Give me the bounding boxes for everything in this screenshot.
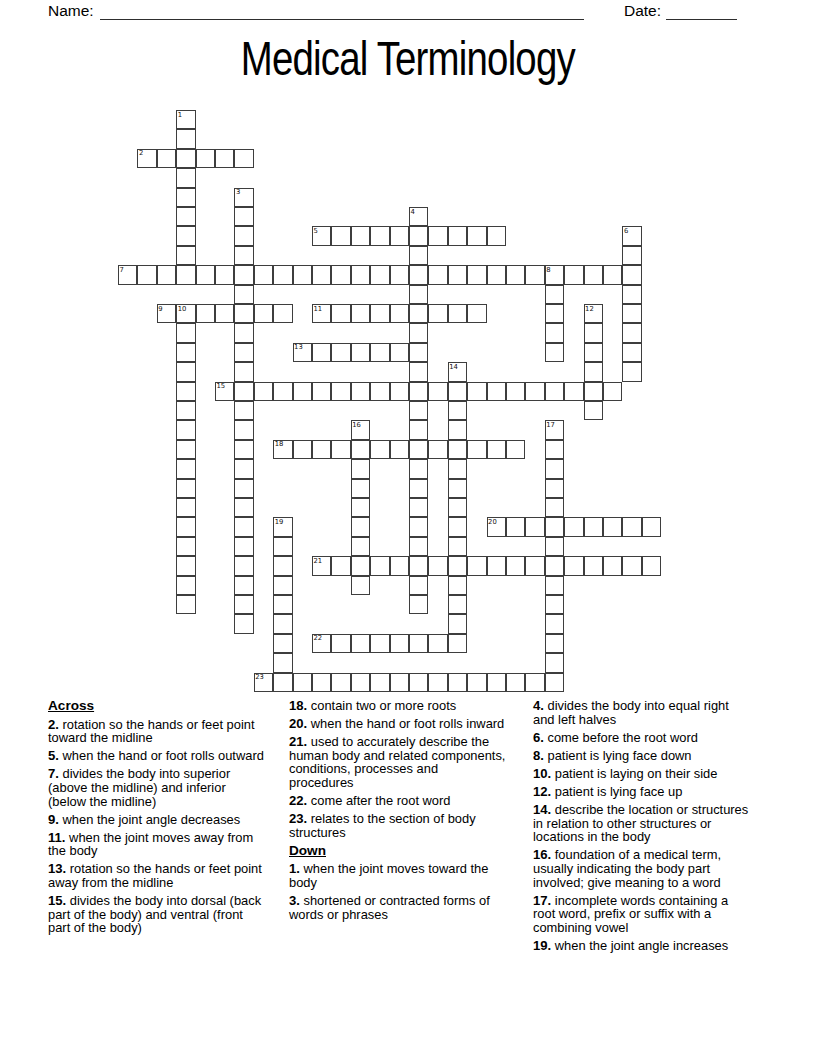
grid-cell[interactable] [545, 576, 564, 595]
grid-cell[interactable] [409, 595, 428, 614]
grid-cell[interactable] [176, 362, 195, 381]
grid-cell[interactable] [584, 323, 603, 342]
clue-number: 8. [533, 748, 544, 763]
grid-cell[interactable] [467, 382, 486, 401]
grid-cell[interactable] [428, 634, 447, 653]
grid-cell[interactable] [351, 420, 370, 439]
grid-cell[interactable] [467, 440, 486, 459]
grid-cell[interactable] [176, 226, 195, 245]
grid-cell[interactable] [370, 382, 389, 401]
grid-cell[interactable] [293, 440, 312, 459]
grid-cell[interactable] [525, 673, 544, 692]
grid-cell[interactable] [176, 420, 195, 439]
grid-cell[interactable] [176, 537, 195, 556]
grid-cell[interactable] [157, 304, 176, 323]
grid-cell[interactable] [254, 382, 273, 401]
clue-across-11: 11. when the joint moves away from the b… [48, 831, 265, 858]
grid-cell[interactable] [234, 479, 253, 498]
grid-cell[interactable] [545, 614, 564, 633]
grid-cell[interactable] [622, 246, 641, 265]
grid-cell[interactable] [506, 440, 525, 459]
clue-across-7: 7. divides the body into superior (above… [48, 767, 265, 808]
grid-cell[interactable] [273, 382, 292, 401]
grid-cell[interactable] [642, 517, 661, 536]
grid-cell[interactable] [351, 304, 370, 323]
grid-cell[interactable] [176, 595, 195, 614]
grid-cell[interactable] [273, 304, 292, 323]
grid-cell[interactable] [564, 556, 583, 575]
grid-cell[interactable] [545, 673, 564, 692]
grid-cell[interactable] [234, 246, 253, 265]
grid-cell[interactable] [176, 556, 195, 575]
grid-cell[interactable] [351, 517, 370, 536]
grid-cell[interactable] [409, 246, 428, 265]
clue-text: patient is laying on their side [551, 766, 717, 781]
grid-cell[interactable] [428, 265, 447, 284]
grid-cell[interactable] [312, 556, 331, 575]
grid-cell[interactable] [176, 246, 195, 265]
grid-cell[interactable] [467, 673, 486, 692]
grid-cell[interactable] [603, 265, 622, 284]
grid-cell[interactable] [428, 382, 447, 401]
grid-cell[interactable] [525, 556, 544, 575]
grid-cell[interactable] [234, 498, 253, 517]
grid-cell[interactable] [409, 576, 428, 595]
grid-cell[interactable] [176, 498, 195, 517]
clue-text: divides the body into equal right and le… [533, 698, 729, 727]
grid-cell[interactable] [409, 304, 428, 323]
grid-cell[interactable] [331, 226, 350, 245]
grid-cell[interactable] [448, 498, 467, 517]
grid-cell[interactable] [196, 265, 215, 284]
grid-cell[interactable] [331, 382, 350, 401]
grid-cell[interactable] [351, 479, 370, 498]
grid-cell[interactable] [448, 634, 467, 653]
grid-cell[interactable] [293, 265, 312, 284]
grid-cell[interactable] [487, 517, 506, 536]
grid-cell[interactable] [273, 576, 292, 595]
grid-cell[interactable] [390, 304, 409, 323]
grid-cell[interactable] [409, 673, 428, 692]
grid-cell[interactable] [545, 459, 564, 478]
grid-cell[interactable] [467, 304, 486, 323]
grid-cell[interactable] [176, 440, 195, 459]
grid-cell[interactable] [351, 673, 370, 692]
grid-cell[interactable] [176, 382, 195, 401]
clue-text: used to accurately describe the human bo… [289, 734, 505, 790]
grid-cell[interactable] [545, 440, 564, 459]
grid-cell[interactable] [467, 556, 486, 575]
grid-cell[interactable] [448, 576, 467, 595]
clue-across-2: 2. rotation so the hands or feet point t… [48, 718, 265, 745]
clue-text: foundation of a medical term, usually in… [533, 847, 721, 889]
grid-cell[interactable] [234, 188, 253, 207]
grid-cell[interactable] [351, 576, 370, 595]
date-blank-line [666, 19, 737, 20]
grid-cell[interactable] [196, 149, 215, 168]
grid-cell[interactable] [273, 440, 292, 459]
grid-cell[interactable] [273, 634, 292, 653]
grid-cell[interactable] [254, 265, 273, 284]
clue-number: 6. [533, 730, 544, 745]
grid-cell[interactable] [331, 265, 350, 284]
grid-cell[interactable] [622, 323, 641, 342]
grid-cell[interactable] [370, 634, 389, 653]
grid-cell[interactable] [390, 382, 409, 401]
grid-cell[interactable] [545, 343, 564, 362]
clue-down-12: 12. patient is lying face up [533, 785, 750, 799]
grid-cell[interactable] [409, 401, 428, 420]
clue-text: rotation so the hands or feet point away… [48, 861, 262, 890]
grid-cell[interactable] [370, 304, 389, 323]
grid-cell[interactable] [293, 382, 312, 401]
grid-cell[interactable] [409, 420, 428, 439]
grid-cell[interactable] [584, 382, 603, 401]
grid-cell[interactable] [273, 556, 292, 575]
grid-cell[interactable] [254, 304, 273, 323]
grid-cell[interactable] [351, 498, 370, 517]
grid-cell[interactable] [622, 343, 641, 362]
grid-cell[interactable] [176, 343, 195, 362]
grid-cell[interactable] [448, 517, 467, 536]
grid-cell[interactable] [545, 265, 564, 284]
grid-cell[interactable] [603, 382, 622, 401]
clue-text: divides the body into superior (above th… [48, 766, 230, 808]
grid-cell[interactable] [234, 556, 253, 575]
grid-cell[interactable] [234, 226, 253, 245]
clue-number: 18. [289, 698, 307, 713]
grid-cell[interactable] [545, 634, 564, 653]
grid-cell[interactable] [234, 323, 253, 342]
clue-down-19: 19. when the joint angle increases [533, 939, 750, 953]
grid-cell[interactable] [312, 440, 331, 459]
grid-cell[interactable] [622, 285, 641, 304]
grid-cell[interactable] [176, 149, 195, 168]
grid-cell[interactable] [118, 265, 137, 284]
grid-cell[interactable] [331, 634, 350, 653]
grid-cell[interactable] [390, 673, 409, 692]
grid-cell[interactable] [234, 265, 253, 284]
grid-cell[interactable] [448, 382, 467, 401]
grid-cell[interactable] [448, 401, 467, 420]
grid-cell[interactable] [409, 556, 428, 575]
grid-cell[interactable] [428, 304, 447, 323]
grid-cell[interactable] [487, 440, 506, 459]
clue-down-4: 4. divides the body into equal right and… [533, 699, 750, 726]
grid-cell[interactable] [370, 440, 389, 459]
grid-cell[interactable] [409, 362, 428, 381]
grid-cell[interactable] [157, 149, 176, 168]
grid-cell[interactable] [137, 149, 156, 168]
grid-cell[interactable] [622, 362, 641, 381]
grid-cell[interactable] [137, 265, 156, 284]
grid-cell[interactable] [351, 537, 370, 556]
grid-cell[interactable] [234, 537, 253, 556]
grid-cell[interactable] [448, 614, 467, 633]
grid-cell[interactable] [215, 265, 234, 284]
grid-cell[interactable] [234, 382, 253, 401]
grid-cell[interactable] [448, 362, 467, 381]
grid-cell[interactable] [622, 265, 641, 284]
grid-cell[interactable] [487, 226, 506, 245]
clue-number: 22. [289, 793, 307, 808]
grid-cell[interactable] [234, 459, 253, 478]
grid-cell[interactable] [584, 401, 603, 420]
grid-cell[interactable] [351, 265, 370, 284]
grid-cell[interactable] [370, 673, 389, 692]
grid-cell[interactable] [506, 517, 525, 536]
grid-cell[interactable] [448, 226, 467, 245]
clue-across-13: 13. rotation so the hands or feet point … [48, 862, 265, 889]
grid-cell[interactable] [234, 517, 253, 536]
grid-cell[interactable] [545, 304, 564, 323]
clue-across-5: 5. when the hand or foot rolls outward [48, 749, 265, 763]
clue-number: 9. [48, 812, 59, 827]
grid-cell[interactable] [642, 556, 661, 575]
grid-cell[interactable] [176, 323, 195, 342]
grid-cell[interactable] [176, 517, 195, 536]
grid-cell[interactable] [428, 556, 447, 575]
grid-cell[interactable] [584, 265, 603, 284]
grid-cell[interactable] [215, 149, 234, 168]
grid-cell[interactable] [370, 226, 389, 245]
grid-cell[interactable] [331, 304, 350, 323]
grid-cell[interactable] [176, 188, 195, 207]
grid-cell[interactable] [331, 673, 350, 692]
clue-down-10: 10. patient is laying on their side [533, 767, 750, 781]
grid-cell[interactable] [390, 265, 409, 284]
grid-cell[interactable] [312, 265, 331, 284]
grid-cell[interactable] [409, 517, 428, 536]
grid-cell[interactable] [564, 382, 583, 401]
grid-cell[interactable] [234, 285, 253, 304]
grid-cell[interactable] [409, 537, 428, 556]
grid-cell[interactable] [215, 382, 234, 401]
grid-cell[interactable] [176, 110, 195, 129]
grid-cell[interactable] [409, 382, 428, 401]
grid-cell[interactable] [506, 382, 525, 401]
grid-cell[interactable] [506, 673, 525, 692]
grid-cell[interactable] [545, 323, 564, 342]
grid-cell[interactable] [331, 556, 350, 575]
clue-across-21: 21. used to accurately describe the huma… [289, 735, 506, 789]
grid-cell[interactable] [273, 517, 292, 536]
grid-cell[interactable] [603, 556, 622, 575]
clue-text: come after the root word [307, 793, 450, 808]
grid-cell[interactable] [584, 362, 603, 381]
grid-cell[interactable] [234, 595, 253, 614]
clue-column-1: Across2. rotation so the hands or feet p… [48, 699, 265, 939]
grid-cell[interactable] [370, 343, 389, 362]
clue-across-20: 20. when the hand or foot rolls inward [289, 717, 506, 731]
grid-cell[interactable] [234, 440, 253, 459]
grid-cell[interactable] [331, 343, 350, 362]
grid-cell[interactable] [448, 595, 467, 614]
grid-cell[interactable] [331, 440, 350, 459]
grid-cell[interactable] [448, 440, 467, 459]
grid-cell[interactable] [487, 556, 506, 575]
grid-cell[interactable] [564, 517, 583, 536]
grid-cell[interactable] [545, 382, 564, 401]
grid-cell[interactable] [234, 149, 253, 168]
grid-cell[interactable] [176, 207, 195, 226]
grid-cell[interactable] [157, 265, 176, 284]
grid-cell[interactable] [176, 265, 195, 284]
clue-across-18: 18. contain two or more roots [289, 699, 506, 713]
grid-cell[interactable] [312, 382, 331, 401]
grid-cell[interactable] [409, 634, 428, 653]
grid-cell[interactable] [273, 595, 292, 614]
grid-cell[interactable] [584, 556, 603, 575]
grid-cell[interactable] [176, 129, 195, 148]
grid-cell[interactable] [351, 343, 370, 362]
grid-cell[interactable] [390, 343, 409, 362]
grid-cell[interactable] [622, 226, 641, 245]
grid-cell[interactable] [176, 168, 195, 187]
grid-cell[interactable] [428, 440, 447, 459]
grid-cell[interactable] [273, 537, 292, 556]
grid-cell[interactable] [622, 517, 641, 536]
grid-cell[interactable] [622, 304, 641, 323]
clue-text: divides the body into dorsal (back part … [48, 893, 261, 935]
grid-cell[interactable] [234, 304, 253, 323]
grid-cell[interactable] [525, 265, 544, 284]
grid-cell[interactable] [176, 576, 195, 595]
grid-cell[interactable] [409, 207, 428, 226]
grid-cell[interactable] [448, 304, 467, 323]
clue-text: rotation so the hands or feet point towa… [48, 717, 255, 746]
grid-cell[interactable] [428, 226, 447, 245]
grid-cell[interactable] [409, 498, 428, 517]
grid-cell[interactable] [351, 440, 370, 459]
grid-cell[interactable] [487, 265, 506, 284]
grid-cell[interactable] [467, 265, 486, 284]
grid-cell[interactable] [545, 595, 564, 614]
grid-cell[interactable] [234, 207, 253, 226]
clue-down-1: 1. when the joint moves toward the body [289, 862, 506, 889]
clue-down-6: 6. come before the root word [533, 731, 750, 745]
grid-cell[interactable] [545, 498, 564, 517]
grid-cell[interactable] [448, 459, 467, 478]
grid-cell[interactable] [234, 614, 253, 633]
grid-cell[interactable] [234, 362, 253, 381]
grid-cell[interactable] [545, 537, 564, 556]
grid-cell[interactable] [448, 265, 467, 284]
grid-cell[interactable] [390, 226, 409, 245]
grid-cell[interactable] [351, 382, 370, 401]
grid-cell[interactable] [603, 517, 622, 536]
grid-cell[interactable] [273, 673, 292, 692]
grid-cell[interactable] [312, 226, 331, 245]
grid-cell[interactable] [545, 653, 564, 672]
grid-cell[interactable] [390, 440, 409, 459]
grid-cell[interactable] [506, 265, 525, 284]
grid-cell[interactable] [448, 420, 467, 439]
clue-text: contain two or more roots [307, 698, 456, 713]
grid-cell[interactable] [176, 479, 195, 498]
grid-cell[interactable] [176, 304, 195, 323]
grid-cell[interactable] [545, 479, 564, 498]
grid-cell[interactable] [545, 285, 564, 304]
grid-cell[interactable] [293, 343, 312, 362]
grid-cell[interactable] [525, 517, 544, 536]
grid-cell[interactable] [409, 343, 428, 362]
grid-cell[interactable] [564, 265, 583, 284]
grid-cell[interactable] [312, 304, 331, 323]
grid-cell[interactable] [273, 653, 292, 672]
clue-number: 5. [48, 748, 59, 763]
grid-cell[interactable] [545, 556, 564, 575]
grid-cell[interactable] [467, 226, 486, 245]
grid-cell[interactable] [254, 673, 273, 692]
grid-cell[interactable] [428, 673, 447, 692]
grid-cell[interactable] [390, 556, 409, 575]
grid-cell[interactable] [409, 479, 428, 498]
grid-cell[interactable] [234, 343, 253, 362]
grid-cell[interactable] [525, 382, 544, 401]
grid-cell[interactable] [351, 556, 370, 575]
grid-cell[interactable] [448, 673, 467, 692]
grid-cell[interactable] [584, 517, 603, 536]
grid-cell[interactable] [409, 265, 428, 284]
grid-cell[interactable] [312, 634, 331, 653]
grid-cell[interactable] [448, 537, 467, 556]
clue-down-3: 3. shortened or contracted forms of word… [289, 894, 506, 921]
grid-cell[interactable] [506, 556, 525, 575]
grid-cell[interactable] [409, 226, 428, 245]
grid-cell[interactable] [273, 265, 292, 284]
grid-cell[interactable] [215, 304, 234, 323]
grid-cell[interactable] [351, 226, 370, 245]
grid-cell[interactable] [312, 343, 331, 362]
grid-cell[interactable] [196, 304, 215, 323]
grid-cell[interactable] [293, 673, 312, 692]
grid-cell[interactable] [409, 459, 428, 478]
grid-cell[interactable] [545, 420, 564, 439]
grid-cell[interactable] [487, 673, 506, 692]
grid-cell[interactable] [584, 343, 603, 362]
grid-cell[interactable] [273, 614, 292, 633]
grid-cell[interactable] [409, 285, 428, 304]
grid-cell[interactable] [234, 420, 253, 439]
grid-cell[interactable] [370, 556, 389, 575]
grid-cell[interactable] [390, 634, 409, 653]
grid-cell[interactable] [370, 265, 389, 284]
name-label: Name: [48, 2, 94, 20]
grid-cell[interactable] [234, 401, 253, 420]
grid-cell[interactable] [545, 517, 564, 536]
grid-cell[interactable] [409, 440, 428, 459]
grid-cell[interactable] [351, 634, 370, 653]
grid-cell[interactable] [351, 459, 370, 478]
grid-cell[interactable] [176, 401, 195, 420]
clue-text: relates to the section of body structure… [289, 811, 476, 840]
grid-cell[interactable] [622, 556, 641, 575]
grid-cell[interactable] [234, 576, 253, 595]
clue-column-2: 18. contain two or more roots20. when th… [289, 699, 506, 926]
clue-text: come before the root word [544, 730, 698, 745]
clue-column-3: 4. divides the body into equal right and… [533, 699, 750, 957]
clue-down-16: 16. foundation of a medical term, usuall… [533, 848, 750, 889]
grid-cell[interactable] [312, 673, 331, 692]
grid-cell[interactable] [448, 479, 467, 498]
grid-cell[interactable] [487, 382, 506, 401]
grid-cell[interactable] [409, 323, 428, 342]
clue-text: when the joint angle decreases [59, 812, 240, 827]
grid-cell[interactable] [584, 304, 603, 323]
grid-cell[interactable] [448, 556, 467, 575]
grid-cell[interactable] [176, 459, 195, 478]
